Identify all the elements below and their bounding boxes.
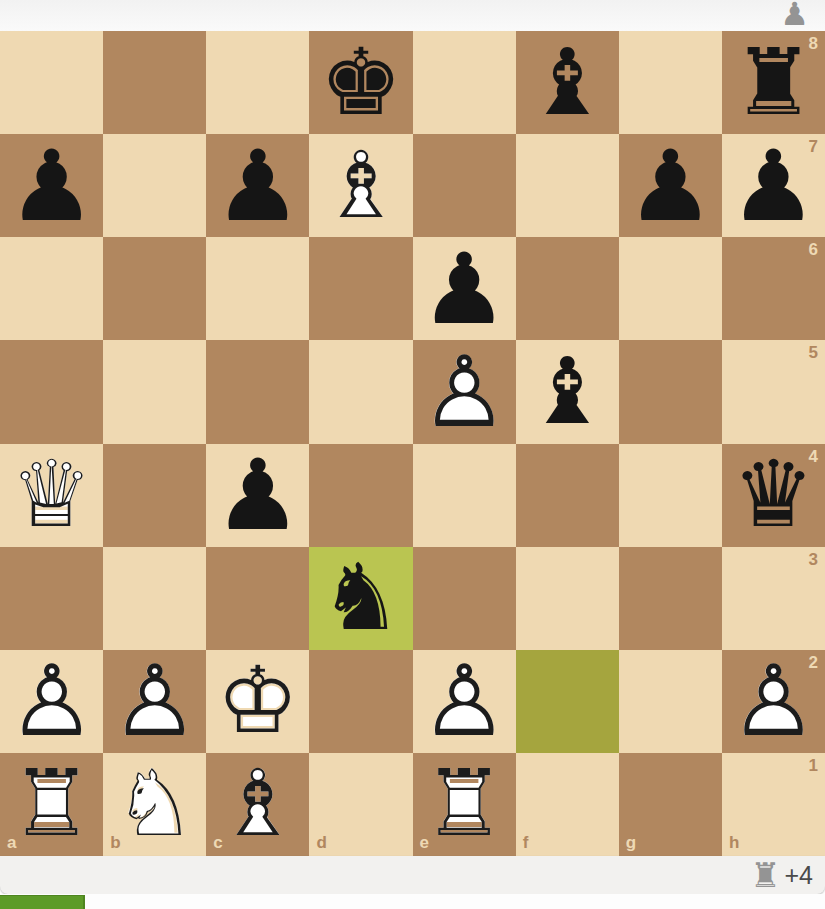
square-f7[interactable] <box>516 134 619 237</box>
square-d8[interactable]: ♚ <box>309 31 412 134</box>
square-c5[interactable] <box>206 340 309 443</box>
square-b2[interactable]: ♟♙ <box>103 650 206 753</box>
square-g7[interactable]: ♟ <box>619 134 722 237</box>
square-e7[interactable] <box>413 134 516 237</box>
square-a5[interactable] <box>0 340 103 443</box>
square-h6[interactable]: 6 <box>722 237 825 340</box>
square-g3[interactable] <box>619 547 722 650</box>
square-a6[interactable] <box>0 237 103 340</box>
square-h8[interactable]: ♜8 <box>722 31 825 134</box>
piece-black-pawn[interactable]: ♟ <box>619 134 722 237</box>
piece-black-pawn[interactable]: ♟ <box>206 444 309 547</box>
piece-black-knight[interactable]: ♞ <box>309 547 412 650</box>
piece-black-pawn[interactable]: ♟ <box>0 134 103 237</box>
square-f8[interactable]: ♝ <box>516 31 619 134</box>
piece-black-bishop[interactable]: ♝ <box>516 340 619 443</box>
bottom-material-bar: ♜ +4 <box>0 856 825 894</box>
rank-label-8: 8 <box>809 34 818 54</box>
square-b4[interactable] <box>103 444 206 547</box>
square-f5[interactable]: ♝ <box>516 340 619 443</box>
square-a3[interactable] <box>0 547 103 650</box>
piece-black-king[interactable]: ♚ <box>309 31 412 134</box>
square-a2[interactable]: ♟♙ <box>0 650 103 753</box>
captured-pawn-icon: ♟ <box>780 0 809 31</box>
rank-label-5: 5 <box>809 343 818 363</box>
square-d3[interactable]: ♞ <box>309 547 412 650</box>
rank-label-2: 2 <box>809 653 818 673</box>
file-label-b: b <box>110 833 120 853</box>
square-e3[interactable] <box>413 547 516 650</box>
square-h7[interactable]: ♟7 <box>722 134 825 237</box>
square-e8[interactable] <box>413 31 516 134</box>
square-h1[interactable]: 1h <box>722 753 825 856</box>
square-g6[interactable] <box>619 237 722 340</box>
square-d2[interactable] <box>309 650 412 753</box>
square-c1[interactable]: ♝♗c <box>206 753 309 856</box>
square-h5[interactable]: 5 <box>722 340 825 443</box>
square-g4[interactable] <box>619 444 722 547</box>
square-f1[interactable]: f <box>516 753 619 856</box>
file-label-g: g <box>626 833 636 853</box>
square-d6[interactable] <box>309 237 412 340</box>
file-label-c: c <box>213 833 222 853</box>
square-g5[interactable] <box>619 340 722 443</box>
square-a4[interactable]: ♛♕ <box>0 444 103 547</box>
piece-white-pawn[interactable]: ♟♙ <box>413 650 516 753</box>
piece-white-pawn[interactable]: ♟♙ <box>413 340 516 443</box>
square-b7[interactable] <box>103 134 206 237</box>
rank-label-4: 4 <box>809 447 818 467</box>
square-a7[interactable]: ♟ <box>0 134 103 237</box>
square-g2[interactable] <box>619 650 722 753</box>
square-c2[interactable]: ♚♔ <box>206 650 309 753</box>
rank-label-7: 7 <box>809 137 818 157</box>
piece-white-pawn[interactable]: ♟♙ <box>103 650 206 753</box>
page-footer-area <box>0 894 825 909</box>
square-a1[interactable]: ♜♖a <box>0 753 103 856</box>
square-c6[interactable] <box>206 237 309 340</box>
file-label-f: f <box>523 833 529 853</box>
piece-black-pawn[interactable]: ♟ <box>206 134 309 237</box>
rank-label-3: 3 <box>809 550 818 570</box>
square-g8[interactable] <box>619 31 722 134</box>
square-c8[interactable] <box>206 31 309 134</box>
square-f3[interactable] <box>516 547 619 650</box>
file-label-h: h <box>729 833 739 853</box>
piece-black-bishop[interactable]: ♝ <box>516 31 619 134</box>
square-c4[interactable]: ♟ <box>206 444 309 547</box>
square-e2[interactable]: ♟♙ <box>413 650 516 753</box>
square-b6[interactable] <box>103 237 206 340</box>
top-material-bar: ♟ <box>0 0 825 31</box>
square-f6[interactable] <box>516 237 619 340</box>
square-b8[interactable] <box>103 31 206 134</box>
piece-white-queen[interactable]: ♛♕ <box>0 444 103 547</box>
square-h2[interactable]: ♟♙2 <box>722 650 825 753</box>
piece-black-pawn[interactable]: ♟ <box>413 237 516 340</box>
square-d1[interactable]: d <box>309 753 412 856</box>
square-b3[interactable] <box>103 547 206 650</box>
captured-rook-icon: ♜ <box>750 856 780 894</box>
square-h3[interactable]: 3 <box>722 547 825 650</box>
piece-white-king[interactable]: ♚♔ <box>206 650 309 753</box>
piece-white-pawn[interactable]: ♟♙ <box>0 650 103 753</box>
chess-board[interactable]: ♚♝♜8♟♟♝♗♟♟7♟6♟♙♝5♛♕♟♛4♞3♟♙♟♙♚♔♟♙♟♙2♜♖a♞♘… <box>0 31 825 856</box>
square-f2[interactable] <box>516 650 619 753</box>
square-d5[interactable] <box>309 340 412 443</box>
square-d7[interactable]: ♝♗ <box>309 134 412 237</box>
square-e5[interactable]: ♟♙ <box>413 340 516 443</box>
material-score: +4 <box>784 856 813 894</box>
rank-label-6: 6 <box>809 240 818 260</box>
square-b5[interactable] <box>103 340 206 443</box>
square-h4[interactable]: ♛4 <box>722 444 825 547</box>
square-c7[interactable]: ♟ <box>206 134 309 237</box>
square-e4[interactable] <box>413 444 516 547</box>
square-d4[interactable] <box>309 444 412 547</box>
file-label-d: d <box>316 833 326 853</box>
square-a8[interactable] <box>0 31 103 134</box>
green-button-partial[interactable] <box>0 895 85 909</box>
piece-white-bishop[interactable]: ♝♗ <box>309 134 412 237</box>
square-c3[interactable] <box>206 547 309 650</box>
square-e6[interactable]: ♟ <box>413 237 516 340</box>
square-f4[interactable] <box>516 444 619 547</box>
square-g1[interactable]: g <box>619 753 722 856</box>
square-e1[interactable]: ♜♖e <box>413 753 516 856</box>
file-label-a: a <box>7 833 16 853</box>
rank-label-1: 1 <box>809 756 818 776</box>
file-label-e: e <box>420 833 429 853</box>
square-b1[interactable]: ♞♘b <box>103 753 206 856</box>
